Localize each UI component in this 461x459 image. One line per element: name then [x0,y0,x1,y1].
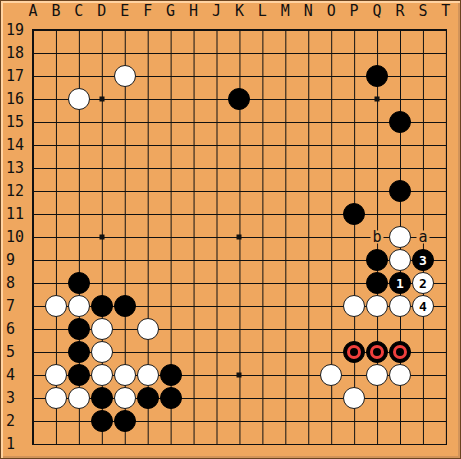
intersection-D7[interactable] [90,295,113,318]
intersection-P8[interactable] [343,272,366,295]
intersection-Q16[interactable] [366,88,389,111]
intersection-M14[interactable] [274,134,297,157]
intersection-C11[interactable] [67,203,90,226]
intersection-F4[interactable] [136,364,159,387]
intersection-J17[interactable] [205,65,228,88]
intersection-R10[interactable] [389,226,412,249]
intersection-A17[interactable] [22,65,45,88]
intersection-T14[interactable] [434,134,457,157]
intersection-K1[interactable] [228,433,251,456]
intersection-M2[interactable] [274,410,297,433]
intersection-P15[interactable] [343,111,366,134]
intersection-D17[interactable] [90,65,113,88]
intersection-O1[interactable] [320,433,343,456]
intersection-G14[interactable] [159,134,182,157]
intersection-O19[interactable] [320,19,343,42]
intersection-Q19[interactable] [366,19,389,42]
intersection-J18[interactable] [205,42,228,65]
intersection-E3[interactable] [113,387,136,410]
intersection-E1[interactable] [113,433,136,456]
intersection-D12[interactable] [90,180,113,203]
intersection-M12[interactable] [274,180,297,203]
intersection-S17[interactable] [411,65,434,88]
intersection-A5[interactable] [22,341,45,364]
intersection-O15[interactable] [320,111,343,134]
intersection-B6[interactable] [44,318,67,341]
intersection-T13[interactable] [434,157,457,180]
intersection-N10[interactable] [297,226,320,249]
intersection-C10[interactable] [67,226,90,249]
intersection-S1[interactable] [411,433,434,456]
intersection-A12[interactable] [22,180,45,203]
intersection-E15[interactable] [113,111,136,134]
intersection-F16[interactable] [136,88,159,111]
intersection-D8[interactable] [90,272,113,295]
intersection-S10[interactable]: a [411,226,434,249]
intersection-O14[interactable] [320,134,343,157]
intersection-T9[interactable] [434,249,457,272]
intersection-O12[interactable] [320,180,343,203]
intersection-J19[interactable] [205,19,228,42]
intersection-Q7[interactable] [366,295,389,318]
intersection-H9[interactable] [182,249,205,272]
intersection-N5[interactable] [297,341,320,364]
intersection-F12[interactable] [136,180,159,203]
intersection-J4[interactable] [205,364,228,387]
intersection-Q18[interactable] [366,42,389,65]
intersection-A10[interactable] [22,226,45,249]
intersection-Q2[interactable] [366,410,389,433]
intersection-T15[interactable] [434,111,457,134]
intersection-P7[interactable] [343,295,366,318]
intersection-B19[interactable] [44,19,67,42]
intersection-Q6[interactable] [366,318,389,341]
intersection-T3[interactable] [434,387,457,410]
intersection-K16[interactable] [228,88,251,111]
intersection-L10[interactable] [251,226,274,249]
intersection-B17[interactable] [44,65,67,88]
intersection-F2[interactable] [136,410,159,433]
intersection-B15[interactable] [44,111,67,134]
intersection-G12[interactable] [159,180,182,203]
intersection-L4[interactable] [251,364,274,387]
intersection-L2[interactable] [251,410,274,433]
intersection-F7[interactable] [136,295,159,318]
intersection-E6[interactable] [113,318,136,341]
intersection-S4[interactable] [411,364,434,387]
intersection-G15[interactable] [159,111,182,134]
intersection-N11[interactable] [297,203,320,226]
intersection-L19[interactable] [251,19,274,42]
intersection-T5[interactable] [434,341,457,364]
intersection-K11[interactable] [228,203,251,226]
intersection-D16[interactable] [90,88,113,111]
intersection-J3[interactable] [205,387,228,410]
intersection-L7[interactable] [251,295,274,318]
intersection-S5[interactable] [411,341,434,364]
intersection-Q5[interactable] [366,341,389,364]
intersection-T11[interactable] [434,203,457,226]
intersection-H2[interactable] [182,410,205,433]
intersection-M5[interactable] [274,341,297,364]
intersection-N18[interactable] [297,42,320,65]
intersection-O18[interactable] [320,42,343,65]
intersection-A2[interactable] [22,410,45,433]
intersection-E19[interactable] [113,19,136,42]
intersection-P6[interactable] [343,318,366,341]
intersection-K7[interactable] [228,295,251,318]
intersection-J10[interactable] [205,226,228,249]
intersection-O16[interactable] [320,88,343,111]
intersection-A3[interactable] [22,387,45,410]
intersection-R11[interactable] [389,203,412,226]
intersection-D9[interactable] [90,249,113,272]
intersection-E17[interactable] [113,65,136,88]
intersection-H10[interactable] [182,226,205,249]
intersection-R16[interactable] [389,88,412,111]
intersection-L15[interactable] [251,111,274,134]
intersection-Q17[interactable] [366,65,389,88]
intersection-T4[interactable] [434,364,457,387]
intersection-B13[interactable] [44,157,67,180]
intersection-F8[interactable] [136,272,159,295]
intersection-M4[interactable] [274,364,297,387]
intersection-C18[interactable] [67,42,90,65]
intersection-Q8[interactable] [366,272,389,295]
intersection-S6[interactable] [411,318,434,341]
intersection-C5[interactable] [67,341,90,364]
intersection-O11[interactable] [320,203,343,226]
intersection-P19[interactable] [343,19,366,42]
intersection-R19[interactable] [389,19,412,42]
intersection-S16[interactable] [411,88,434,111]
intersection-A14[interactable] [22,134,45,157]
intersection-A15[interactable] [22,111,45,134]
intersection-E8[interactable] [113,272,136,295]
intersection-L3[interactable] [251,387,274,410]
intersection-P13[interactable] [343,157,366,180]
intersection-O13[interactable] [320,157,343,180]
intersection-R8[interactable]: 1 [389,272,412,295]
intersection-L16[interactable] [251,88,274,111]
intersection-N13[interactable] [297,157,320,180]
intersection-J16[interactable] [205,88,228,111]
intersection-G10[interactable] [159,226,182,249]
intersection-N4[interactable] [297,364,320,387]
intersection-F3[interactable] [136,387,159,410]
intersection-T2[interactable] [434,410,457,433]
intersection-R9[interactable] [389,249,412,272]
intersection-C7[interactable] [67,295,90,318]
intersection-O6[interactable] [320,318,343,341]
intersection-S18[interactable] [411,42,434,65]
intersection-P11[interactable] [343,203,366,226]
intersection-T19[interactable] [434,19,457,42]
intersection-H8[interactable] [182,272,205,295]
intersection-J2[interactable] [205,410,228,433]
intersection-R12[interactable] [389,180,412,203]
intersection-P14[interactable] [343,134,366,157]
intersection-D19[interactable] [90,19,113,42]
intersection-P2[interactable] [343,410,366,433]
intersection-H4[interactable] [182,364,205,387]
intersection-K8[interactable] [228,272,251,295]
intersection-M1[interactable] [274,433,297,456]
intersection-B10[interactable] [44,226,67,249]
intersection-L1[interactable] [251,433,274,456]
intersection-S14[interactable] [411,134,434,157]
intersection-E18[interactable] [113,42,136,65]
intersection-L14[interactable] [251,134,274,157]
intersection-J5[interactable] [205,341,228,364]
intersection-P1[interactable] [343,433,366,456]
intersection-E16[interactable] [113,88,136,111]
intersection-M19[interactable] [274,19,297,42]
intersection-F19[interactable] [136,19,159,42]
intersection-D15[interactable] [90,111,113,134]
intersection-A8[interactable] [22,272,45,295]
intersection-R7[interactable] [389,295,412,318]
intersection-N6[interactable] [297,318,320,341]
intersection-K18[interactable] [228,42,251,65]
intersection-L9[interactable] [251,249,274,272]
intersection-B11[interactable] [44,203,67,226]
intersection-C1[interactable] [67,433,90,456]
intersection-K14[interactable] [228,134,251,157]
intersection-T10[interactable] [434,226,457,249]
intersection-R4[interactable] [389,364,412,387]
intersection-M8[interactable] [274,272,297,295]
intersection-A11[interactable] [22,203,45,226]
intersection-H14[interactable] [182,134,205,157]
intersection-B5[interactable] [44,341,67,364]
intersection-E9[interactable] [113,249,136,272]
intersection-E13[interactable] [113,157,136,180]
intersection-T7[interactable] [434,295,457,318]
intersection-R3[interactable] [389,387,412,410]
intersection-F10[interactable] [136,226,159,249]
intersection-J7[interactable] [205,295,228,318]
intersection-N19[interactable] [297,19,320,42]
intersection-D10[interactable] [90,226,113,249]
intersection-H19[interactable] [182,19,205,42]
intersection-N14[interactable] [297,134,320,157]
intersection-O17[interactable] [320,65,343,88]
intersection-D4[interactable] [90,364,113,387]
intersection-T17[interactable] [434,65,457,88]
intersection-P3[interactable] [343,387,366,410]
intersection-B7[interactable] [44,295,67,318]
intersection-J6[interactable] [205,318,228,341]
intersection-F9[interactable] [136,249,159,272]
intersection-C15[interactable] [67,111,90,134]
intersection-K5[interactable] [228,341,251,364]
intersection-O5[interactable] [320,341,343,364]
intersection-M3[interactable] [274,387,297,410]
intersection-T6[interactable] [434,318,457,341]
intersection-O4[interactable] [320,364,343,387]
intersection-M18[interactable] [274,42,297,65]
intersection-P4[interactable] [343,364,366,387]
intersection-L5[interactable] [251,341,274,364]
intersection-S2[interactable] [411,410,434,433]
intersection-B1[interactable] [44,433,67,456]
intersection-S19[interactable] [411,19,434,42]
intersection-R18[interactable] [389,42,412,65]
intersection-R15[interactable] [389,111,412,134]
intersection-P12[interactable] [343,180,366,203]
intersection-P9[interactable] [343,249,366,272]
intersection-D2[interactable] [90,410,113,433]
intersection-Q15[interactable] [366,111,389,134]
intersection-R2[interactable] [389,410,412,433]
intersection-H6[interactable] [182,318,205,341]
intersection-D18[interactable] [90,42,113,65]
intersection-C9[interactable] [67,249,90,272]
intersection-S8[interactable]: 2 [411,272,434,295]
intersection-M6[interactable] [274,318,297,341]
intersection-H16[interactable] [182,88,205,111]
intersection-G1[interactable] [159,433,182,456]
intersection-A16[interactable] [22,88,45,111]
intersection-J13[interactable] [205,157,228,180]
intersection-D13[interactable] [90,157,113,180]
intersection-E5[interactable] [113,341,136,364]
intersection-B16[interactable] [44,88,67,111]
intersection-L6[interactable] [251,318,274,341]
intersection-R5[interactable] [389,341,412,364]
intersection-N9[interactable] [297,249,320,272]
intersection-C12[interactable] [67,180,90,203]
intersection-C13[interactable] [67,157,90,180]
intersection-S7[interactable]: 4 [411,295,434,318]
intersection-R17[interactable] [389,65,412,88]
intersection-D5[interactable] [90,341,113,364]
intersection-S15[interactable] [411,111,434,134]
intersection-F17[interactable] [136,65,159,88]
intersection-C14[interactable] [67,134,90,157]
intersection-M16[interactable] [274,88,297,111]
intersection-F13[interactable] [136,157,159,180]
intersection-O7[interactable] [320,295,343,318]
intersection-G2[interactable] [159,410,182,433]
intersection-P18[interactable] [343,42,366,65]
intersection-R13[interactable] [389,157,412,180]
intersection-H17[interactable] [182,65,205,88]
intersection-K13[interactable] [228,157,251,180]
intersection-D11[interactable] [90,203,113,226]
intersection-H13[interactable] [182,157,205,180]
intersection-M13[interactable] [274,157,297,180]
intersection-E14[interactable] [113,134,136,157]
intersection-H18[interactable] [182,42,205,65]
intersection-J14[interactable] [205,134,228,157]
intersection-P10[interactable] [343,226,366,249]
intersection-T18[interactable] [434,42,457,65]
intersection-F6[interactable] [136,318,159,341]
intersection-F14[interactable] [136,134,159,157]
intersection-G13[interactable] [159,157,182,180]
intersection-N15[interactable] [297,111,320,134]
intersection-H11[interactable] [182,203,205,226]
intersection-N1[interactable] [297,433,320,456]
intersection-P17[interactable] [343,65,366,88]
intersection-N12[interactable] [297,180,320,203]
intersection-S9[interactable]: 3 [411,249,434,272]
intersection-H12[interactable] [182,180,205,203]
intersection-M9[interactable] [274,249,297,272]
intersection-G18[interactable] [159,42,182,65]
intersection-H1[interactable] [182,433,205,456]
intersection-C19[interactable] [67,19,90,42]
intersection-N8[interactable] [297,272,320,295]
intersection-N16[interactable] [297,88,320,111]
intersection-E2[interactable] [113,410,136,433]
intersection-R14[interactable] [389,134,412,157]
intersection-M17[interactable] [274,65,297,88]
intersection-E4[interactable] [113,364,136,387]
intersection-B9[interactable] [44,249,67,272]
intersection-C16[interactable] [67,88,90,111]
intersection-B12[interactable] [44,180,67,203]
intersection-F15[interactable] [136,111,159,134]
intersection-B4[interactable] [44,364,67,387]
intersection-J12[interactable] [205,180,228,203]
intersection-J9[interactable] [205,249,228,272]
intersection-C3[interactable] [67,387,90,410]
intersection-M10[interactable] [274,226,297,249]
intersection-Q1[interactable] [366,433,389,456]
intersection-P5[interactable] [343,341,366,364]
intersection-Q10[interactable]: b [366,226,389,249]
intersection-M11[interactable] [274,203,297,226]
intersection-O2[interactable] [320,410,343,433]
intersection-A9[interactable] [22,249,45,272]
intersection-O8[interactable] [320,272,343,295]
intersection-Q3[interactable] [366,387,389,410]
intersection-K6[interactable] [228,318,251,341]
intersection-B2[interactable] [44,410,67,433]
intersection-A4[interactable] [22,364,45,387]
intersection-G4[interactable] [159,364,182,387]
intersection-G19[interactable] [159,19,182,42]
intersection-L17[interactable] [251,65,274,88]
intersection-A18[interactable] [22,42,45,65]
intersection-T16[interactable] [434,88,457,111]
intersection-Q11[interactable] [366,203,389,226]
intersection-B3[interactable] [44,387,67,410]
intersection-L12[interactable] [251,180,274,203]
intersection-C2[interactable] [67,410,90,433]
intersection-N17[interactable] [297,65,320,88]
intersection-L11[interactable] [251,203,274,226]
intersection-G9[interactable] [159,249,182,272]
intersection-J11[interactable] [205,203,228,226]
intersection-R1[interactable] [389,433,412,456]
intersection-L13[interactable] [251,157,274,180]
intersection-L8[interactable] [251,272,274,295]
intersection-B14[interactable] [44,134,67,157]
intersection-Q9[interactable] [366,249,389,272]
intersection-Q13[interactable] [366,157,389,180]
intersection-T12[interactable] [434,180,457,203]
intersection-G8[interactable] [159,272,182,295]
intersection-D1[interactable] [90,433,113,456]
intersection-O10[interactable] [320,226,343,249]
intersection-D6[interactable] [90,318,113,341]
intersection-E10[interactable] [113,226,136,249]
intersection-K17[interactable] [228,65,251,88]
